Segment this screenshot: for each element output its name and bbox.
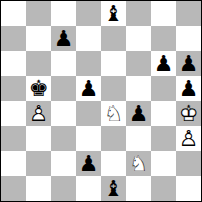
square-b5[interactable]: ♚ bbox=[26, 76, 51, 101]
square-c2[interactable] bbox=[51, 151, 76, 176]
square-b3[interactable] bbox=[26, 126, 51, 151]
black-pawn-piece[interactable]: ♟ bbox=[51, 26, 76, 51]
square-a4[interactable] bbox=[1, 101, 26, 126]
square-a7[interactable] bbox=[1, 26, 26, 51]
square-h4[interactable]: ♚♔ bbox=[176, 101, 201, 126]
square-b8[interactable] bbox=[26, 1, 51, 26]
square-d8[interactable] bbox=[76, 1, 101, 26]
black-bishop-piece[interactable]: ♝ bbox=[101, 1, 126, 26]
square-a6[interactable] bbox=[1, 51, 26, 76]
square-a8[interactable] bbox=[1, 1, 26, 26]
square-c4[interactable] bbox=[51, 101, 76, 126]
square-f5[interactable] bbox=[126, 76, 151, 101]
square-b4[interactable]: ♟♙ bbox=[26, 101, 51, 126]
black-pawn-piece[interactable]: ♟ bbox=[126, 101, 151, 126]
square-c7[interactable]: ♟ bbox=[51, 26, 76, 51]
square-g1[interactable] bbox=[151, 176, 176, 201]
square-e6[interactable] bbox=[101, 51, 126, 76]
chess-board: ♝♟♟♟♚♟♟♟♙♞♘♟♚♔♟♙♟♞♘♝ bbox=[0, 0, 202, 202]
square-e7[interactable] bbox=[101, 26, 126, 51]
square-d3[interactable] bbox=[76, 126, 101, 151]
square-e1[interactable]: ♝ bbox=[101, 176, 126, 201]
white-king-piece[interactable]: ♔ bbox=[176, 101, 201, 126]
white-knight-piece[interactable]: ♘ bbox=[126, 151, 151, 176]
square-g6[interactable]: ♟ bbox=[151, 51, 176, 76]
square-h1[interactable] bbox=[176, 176, 201, 201]
black-pawn-piece[interactable]: ♟ bbox=[151, 51, 176, 76]
square-e8[interactable]: ♝ bbox=[101, 1, 126, 26]
square-f2[interactable]: ♞♘ bbox=[126, 151, 151, 176]
square-g2[interactable] bbox=[151, 151, 176, 176]
square-g4[interactable] bbox=[151, 101, 176, 126]
square-c5[interactable] bbox=[51, 76, 76, 101]
white-pawn-piece[interactable]: ♙ bbox=[26, 101, 51, 126]
square-d5[interactable]: ♟ bbox=[76, 76, 101, 101]
square-e3[interactable] bbox=[101, 126, 126, 151]
black-pawn-piece[interactable]: ♟ bbox=[76, 76, 101, 101]
square-e5[interactable] bbox=[101, 76, 126, 101]
square-d6[interactable] bbox=[76, 51, 101, 76]
square-g5[interactable] bbox=[151, 76, 176, 101]
square-f7[interactable] bbox=[126, 26, 151, 51]
square-h7[interactable] bbox=[176, 26, 201, 51]
square-h5[interactable]: ♟ bbox=[176, 76, 201, 101]
square-d2[interactable]: ♟ bbox=[76, 151, 101, 176]
square-f6[interactable] bbox=[126, 51, 151, 76]
white-pawn-piece[interactable]: ♙ bbox=[176, 126, 201, 151]
square-c3[interactable] bbox=[51, 126, 76, 151]
black-pawn-piece[interactable]: ♟ bbox=[176, 51, 201, 76]
square-d1[interactable] bbox=[76, 176, 101, 201]
white-knight-piece[interactable]: ♘ bbox=[101, 101, 126, 126]
black-bishop-piece[interactable]: ♝ bbox=[101, 176, 126, 201]
square-b1[interactable] bbox=[26, 176, 51, 201]
square-e4[interactable]: ♞♘ bbox=[101, 101, 126, 126]
square-c1[interactable] bbox=[51, 176, 76, 201]
square-g3[interactable] bbox=[151, 126, 176, 151]
square-f8[interactable] bbox=[126, 1, 151, 26]
black-pawn-piece[interactable]: ♟ bbox=[176, 76, 201, 101]
square-h8[interactable] bbox=[176, 1, 201, 26]
square-c6[interactable] bbox=[51, 51, 76, 76]
square-f4[interactable]: ♟ bbox=[126, 101, 151, 126]
square-g8[interactable] bbox=[151, 1, 176, 26]
square-d7[interactable] bbox=[76, 26, 101, 51]
square-h2[interactable] bbox=[176, 151, 201, 176]
square-g7[interactable] bbox=[151, 26, 176, 51]
square-d4[interactable] bbox=[76, 101, 101, 126]
square-h3[interactable]: ♟♙ bbox=[176, 126, 201, 151]
square-a2[interactable] bbox=[1, 151, 26, 176]
square-f1[interactable] bbox=[126, 176, 151, 201]
black-pawn-piece[interactable]: ♟ bbox=[76, 151, 101, 176]
square-h6[interactable]: ♟ bbox=[176, 51, 201, 76]
square-c8[interactable] bbox=[51, 1, 76, 26]
square-b6[interactable] bbox=[26, 51, 51, 76]
square-e2[interactable] bbox=[101, 151, 126, 176]
square-f3[interactable] bbox=[126, 126, 151, 151]
square-a5[interactable] bbox=[1, 76, 26, 101]
square-a1[interactable] bbox=[1, 176, 26, 201]
black-king-piece[interactable]: ♚ bbox=[26, 76, 51, 101]
square-a3[interactable] bbox=[1, 126, 26, 151]
square-b2[interactable] bbox=[26, 151, 51, 176]
square-b7[interactable] bbox=[26, 26, 51, 51]
